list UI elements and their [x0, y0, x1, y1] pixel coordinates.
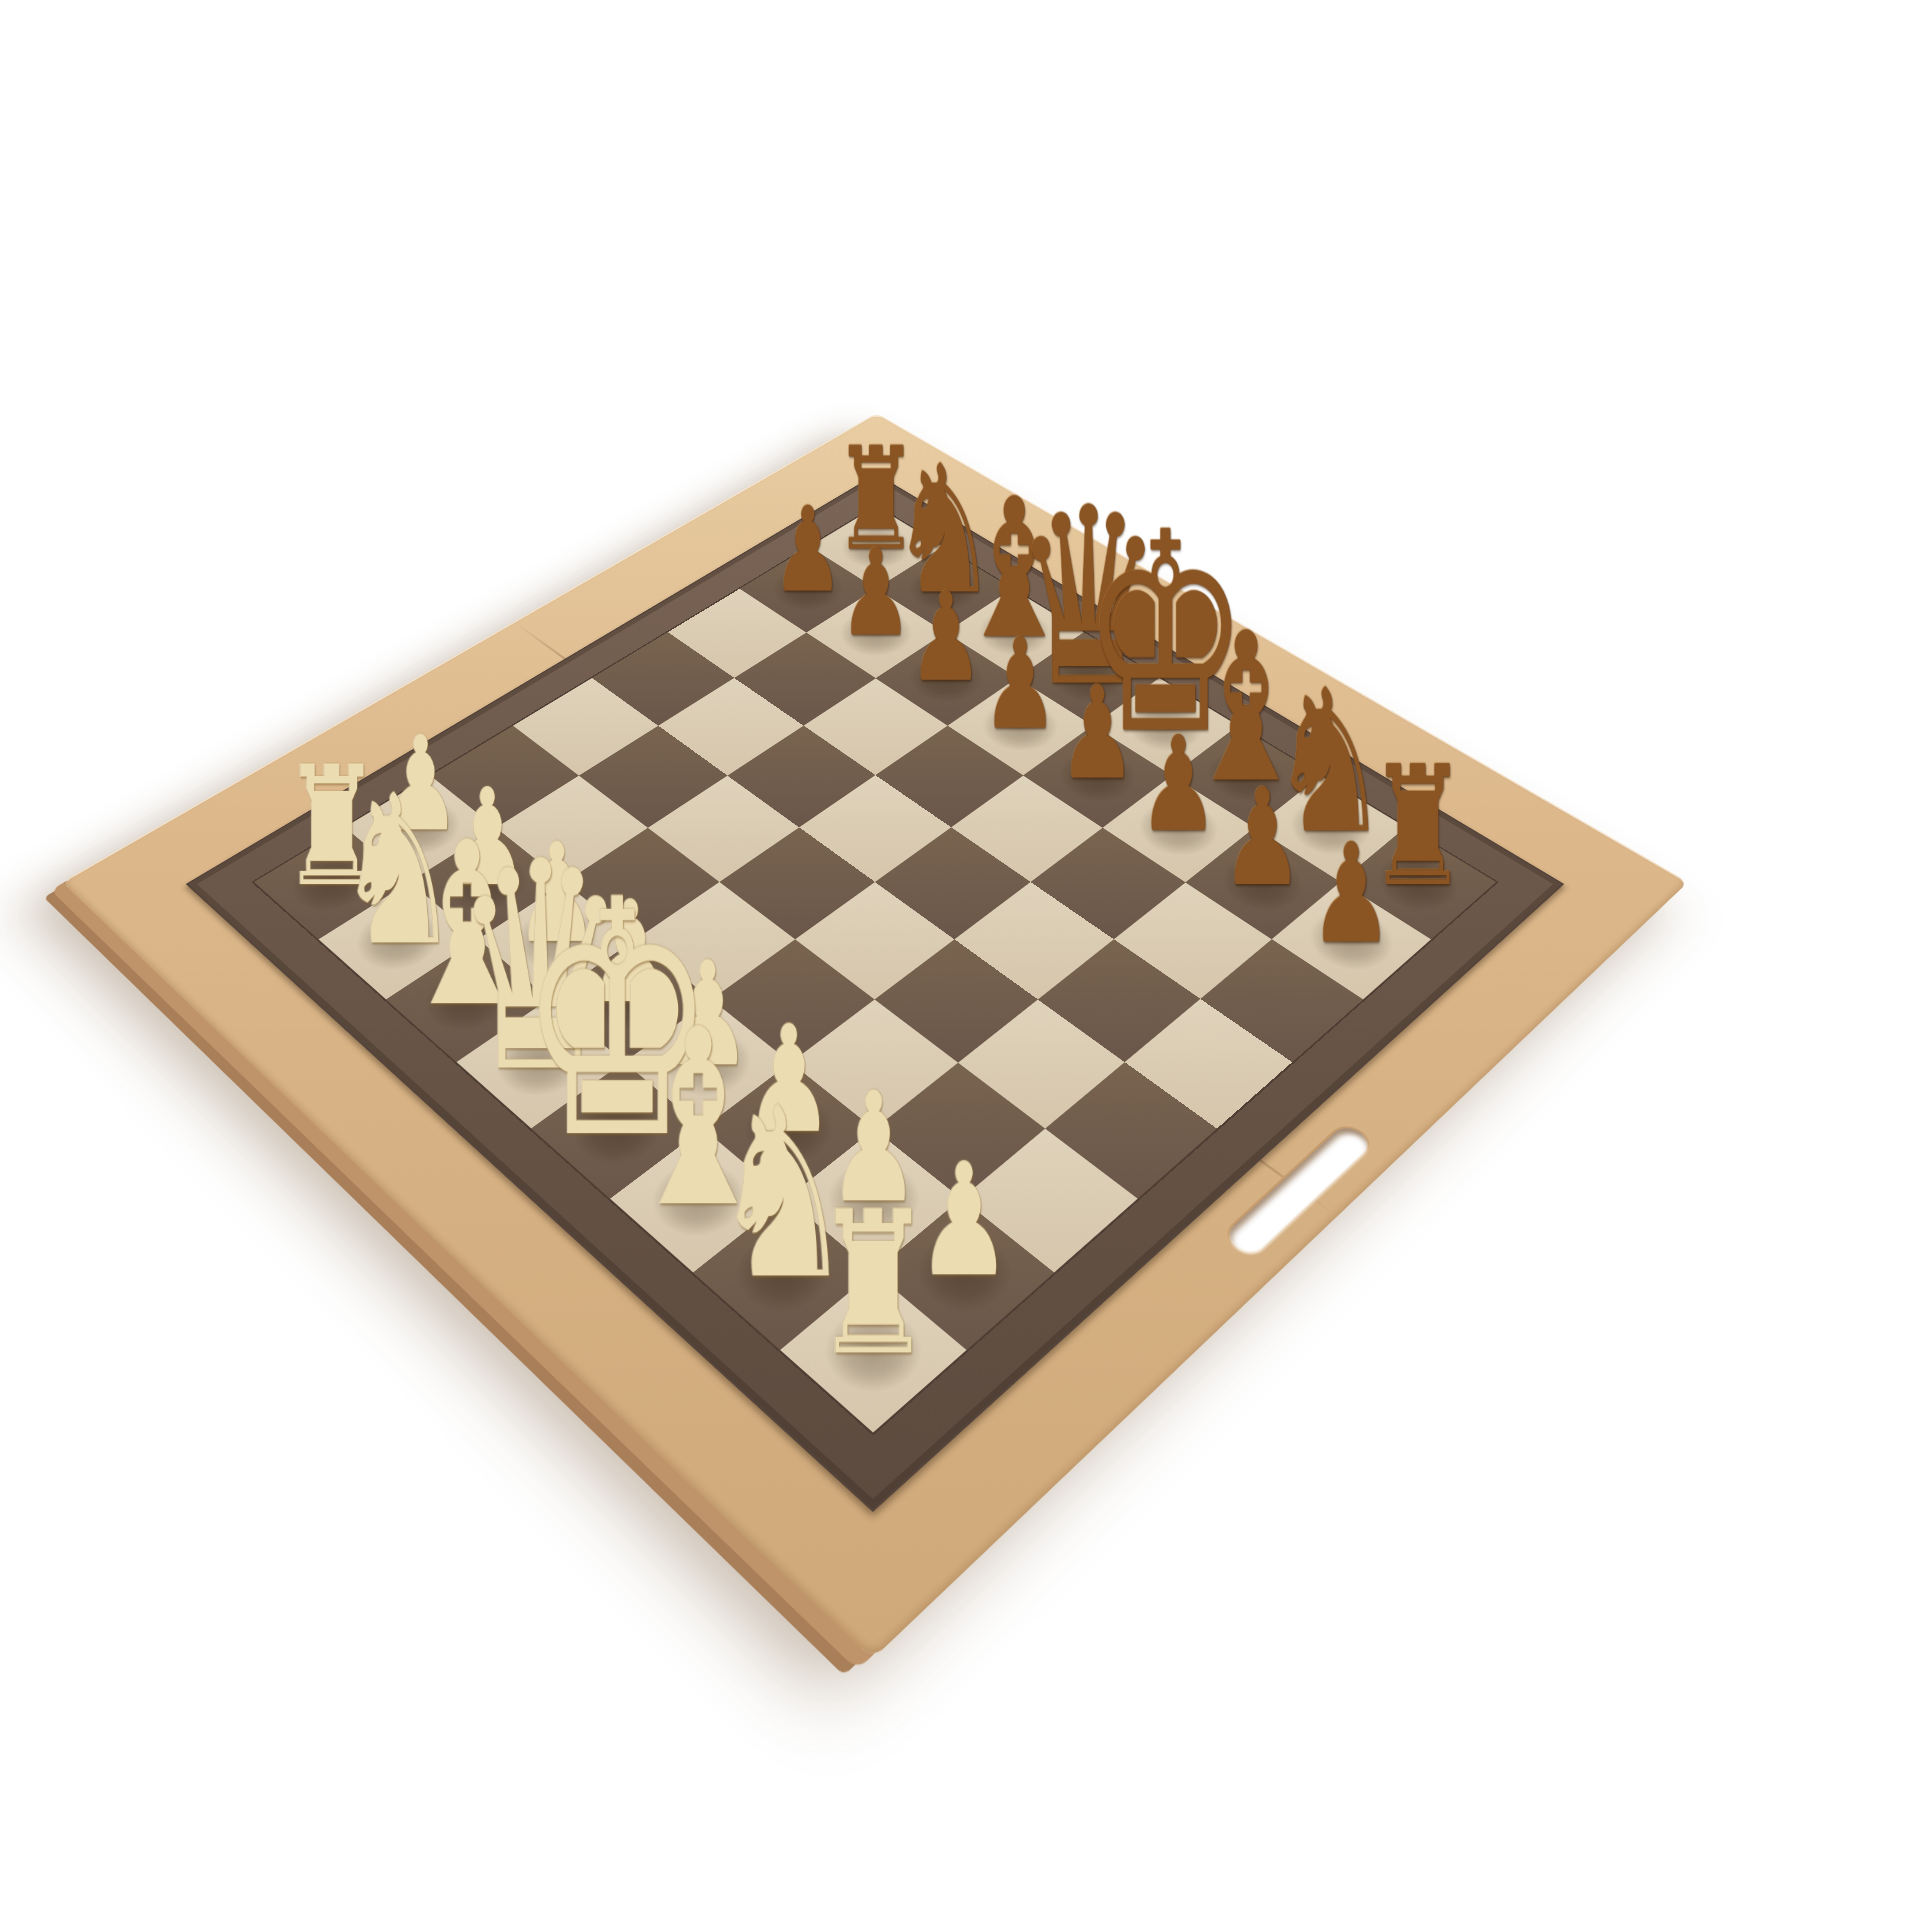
chessboard: ♜♞♝♛♚♝♞♜♟♟♟♟♟♟♟♟♟♟♟♟♟♟♟♟♜♞♝♛♚♝♞♜ [251, 505, 1498, 1436]
piece-black-pawn: ♟ [909, 576, 984, 698]
chess-case: ♜♞♝♛♚♝♞♜♟♟♟♟♟♟♟♟♟♟♟♟♟♟♟♟♜♞♝♛♚♝♞♜ [62, 413, 1688, 1659]
square-h6 [1200, 939, 1363, 1062]
piece-black-pawn: ♟ [1139, 719, 1219, 850]
walnut-frame: ♜♞♝♛♚♝♞♜♟♟♟♟♟♟♟♟♟♟♟♟♟♟♟♟♜♞♝♛♚♝♞♜ [186, 474, 1565, 1512]
piece-white-rook: ♜ [813, 1186, 933, 1384]
square-d4 [720, 827, 875, 939]
piece-black-pawn: ♟ [1222, 771, 1304, 905]
piece-black-pawn: ♟ [1059, 669, 1137, 797]
piece-black-pawn: ♟ [1310, 825, 1394, 962]
piece-black-pawn: ♟ [772, 491, 844, 608]
photo-scene: ♜♞♝♛♚♝♞♜♟♟♟♟♟♟♟♟♟♟♟♟♟♟♟♟♜♞♝♛♚♝♞♜ [0, 0, 1920, 1920]
piece-black-pawn: ♟ [982, 622, 1058, 747]
piece-black-pawn: ♟ [839, 533, 912, 653]
